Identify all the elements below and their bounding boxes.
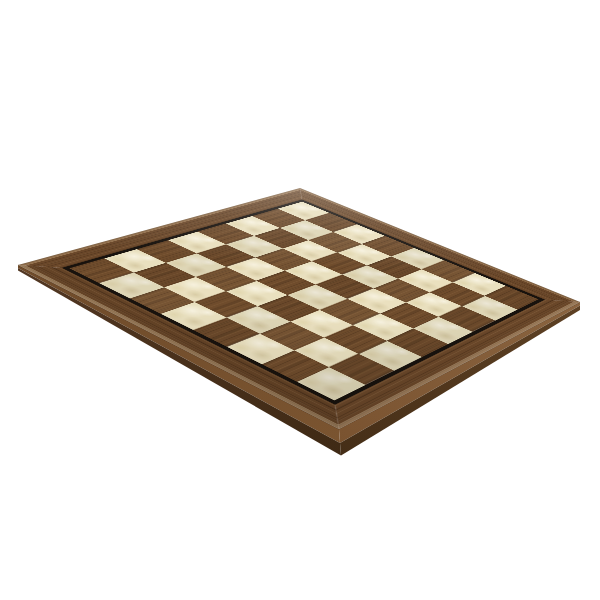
product-photo-scene (0, 0, 600, 600)
